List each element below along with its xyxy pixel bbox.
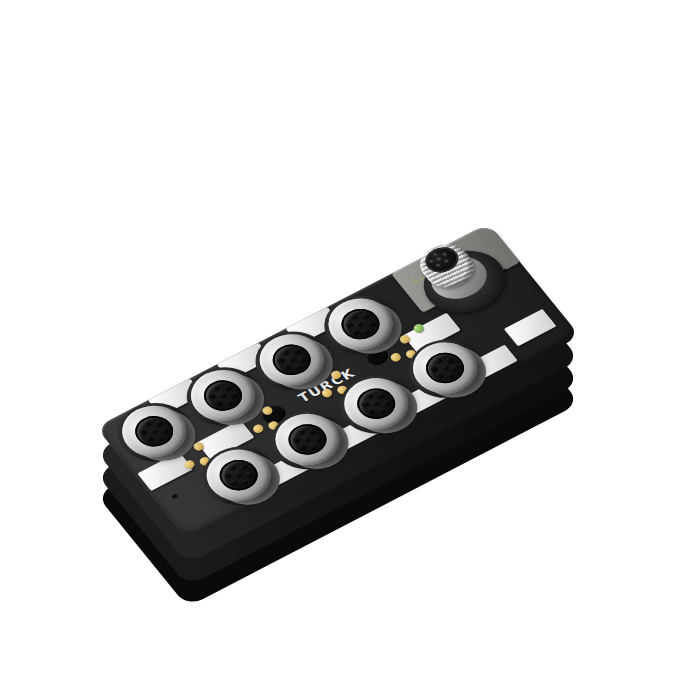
pin-socket-center bbox=[219, 392, 228, 399]
connector-insert bbox=[265, 339, 318, 381]
m12-female-connector bbox=[179, 360, 268, 431]
pin-socket bbox=[361, 401, 370, 408]
pin-socket bbox=[282, 364, 291, 371]
connector-insert bbox=[281, 418, 334, 460]
connector-insert bbox=[334, 303, 387, 345]
male-pin bbox=[433, 253, 439, 257]
connector-insert bbox=[350, 383, 403, 425]
connector-face bbox=[110, 396, 199, 467]
pin-socket bbox=[214, 400, 223, 407]
pin-socket bbox=[377, 392, 386, 399]
m12-female-connector bbox=[316, 289, 405, 360]
pin-socket bbox=[452, 364, 461, 371]
pin-socket bbox=[224, 384, 233, 391]
connector-insert bbox=[212, 454, 265, 496]
pin-socket bbox=[155, 420, 164, 427]
pin-socket bbox=[378, 408, 387, 415]
pin-socket-center bbox=[441, 364, 450, 371]
male-pin bbox=[442, 252, 448, 256]
pin-socket bbox=[309, 443, 318, 450]
pin-socket bbox=[245, 471, 254, 478]
pin-socket bbox=[314, 435, 323, 442]
connector-insert bbox=[197, 375, 250, 417]
pin-socket bbox=[240, 479, 249, 486]
pin-socket bbox=[145, 436, 154, 443]
pin-socket bbox=[367, 320, 376, 327]
connector-insert bbox=[419, 347, 472, 389]
pin-socket bbox=[367, 408, 376, 415]
pin-socket-center bbox=[372, 400, 381, 407]
pin-socket bbox=[161, 427, 170, 434]
pin-socket bbox=[156, 435, 165, 442]
connector-face bbox=[316, 289, 405, 360]
pin-socket bbox=[208, 392, 217, 399]
pin-socket bbox=[213, 385, 222, 392]
pin-socket bbox=[228, 464, 237, 471]
pin-socket bbox=[345, 321, 354, 328]
corner-screw-hole bbox=[170, 493, 178, 500]
pin-socket bbox=[430, 365, 439, 372]
pin-socket bbox=[362, 328, 371, 335]
pin-socket bbox=[223, 472, 232, 479]
pin-socket-center bbox=[234, 472, 243, 479]
male-pin-center bbox=[436, 257, 442, 261]
pin-socket-center bbox=[303, 436, 312, 443]
connector-insert bbox=[128, 410, 181, 452]
pin-socket bbox=[298, 356, 307, 363]
pin-socket bbox=[293, 364, 302, 371]
pin-socket bbox=[276, 357, 285, 364]
pin-socket bbox=[350, 313, 359, 320]
pin-socket bbox=[230, 392, 239, 399]
pin-socket-center bbox=[150, 428, 159, 435]
pin-socket bbox=[292, 436, 301, 443]
pin-socket bbox=[308, 428, 317, 435]
pin-socket bbox=[292, 348, 301, 355]
pin-socket bbox=[447, 372, 456, 379]
pin-socket bbox=[298, 444, 307, 451]
pin-socket bbox=[446, 357, 455, 364]
pin-socket bbox=[281, 349, 290, 356]
pin-socket bbox=[229, 479, 238, 486]
pin-socket bbox=[351, 328, 360, 335]
product-image-canvas: TURCK bbox=[0, 76, 700, 636]
pin-socket bbox=[383, 400, 392, 407]
pin-socket bbox=[225, 399, 234, 406]
pin-socket bbox=[361, 313, 370, 320]
connector-face bbox=[179, 360, 268, 431]
pin-socket bbox=[435, 357, 444, 364]
pin-socket-center bbox=[287, 356, 296, 363]
pin-socket bbox=[297, 428, 306, 435]
male-pin bbox=[443, 259, 449, 263]
pin-socket bbox=[436, 372, 445, 379]
pin-socket bbox=[239, 464, 248, 471]
male-pin bbox=[429, 259, 435, 263]
m12-female-connector bbox=[110, 396, 199, 467]
pin-socket bbox=[366, 393, 375, 400]
label-plate bbox=[504, 309, 557, 346]
pin-socket-center bbox=[356, 321, 365, 328]
pin-socket bbox=[139, 428, 148, 435]
pin-socket bbox=[144, 420, 153, 427]
male-pin bbox=[436, 263, 442, 267]
